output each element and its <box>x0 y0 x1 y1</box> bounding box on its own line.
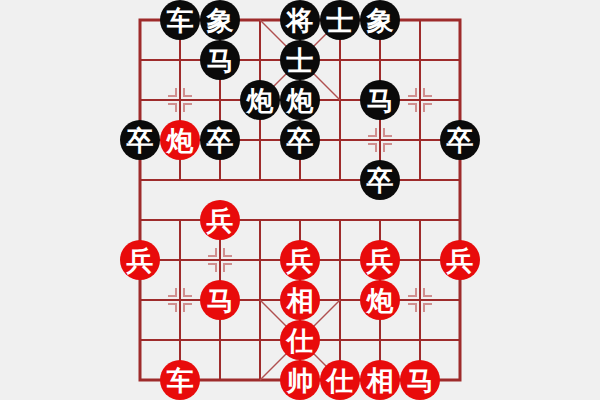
xiangqi-app: 车象将士象马士炮炮马卒卒卒卒卒炮兵兵兵兵兵马相炮仕车帅仕相马 <box>0 0 600 400</box>
piece-black-horse[interactable]: 马 <box>200 40 240 80</box>
piece-red-advisor[interactable]: 仕 <box>280 320 320 360</box>
piece-black-soldier[interactable]: 卒 <box>120 120 160 160</box>
piece-red-soldier[interactable]: 兵 <box>280 240 320 280</box>
piece-black-chariot[interactable]: 车 <box>160 0 200 40</box>
piece-red-general[interactable]: 帅 <box>280 360 320 400</box>
piece-black-elephant[interactable]: 象 <box>360 0 400 40</box>
piece-red-chariot[interactable]: 车 <box>160 360 200 400</box>
piece-red-soldier[interactable]: 兵 <box>360 240 400 280</box>
piece-red-elephant[interactable]: 相 <box>360 360 400 400</box>
piece-black-soldier[interactable]: 卒 <box>440 120 480 160</box>
piece-black-cannon[interactable]: 炮 <box>240 80 280 120</box>
piece-red-soldier[interactable]: 兵 <box>200 200 240 240</box>
piece-black-advisor[interactable]: 士 <box>320 0 360 40</box>
piece-black-horse[interactable]: 马 <box>360 80 400 120</box>
piece-black-advisor[interactable]: 士 <box>280 40 320 80</box>
piece-black-general[interactable]: 将 <box>280 0 320 40</box>
piece-black-soldier[interactable]: 卒 <box>200 120 240 160</box>
piece-black-soldier[interactable]: 卒 <box>360 160 400 200</box>
piece-red-soldier[interactable]: 兵 <box>440 240 480 280</box>
piece-black-cannon[interactable]: 炮 <box>280 80 320 120</box>
piece-black-soldier[interactable]: 卒 <box>280 120 320 160</box>
piece-red-elephant[interactable]: 相 <box>280 280 320 320</box>
pieces-layer: 车象将士象马士炮炮马卒卒卒卒卒炮兵兵兵兵兵马相炮仕车帅仕相马 <box>0 0 600 400</box>
piece-red-cannon[interactable]: 炮 <box>160 120 200 160</box>
piece-red-soldier[interactable]: 兵 <box>120 240 160 280</box>
piece-red-advisor[interactable]: 仕 <box>320 360 360 400</box>
piece-red-horse[interactable]: 马 <box>200 280 240 320</box>
piece-red-horse[interactable]: 马 <box>400 360 440 400</box>
piece-red-cannon[interactable]: 炮 <box>360 280 400 320</box>
piece-black-elephant[interactable]: 象 <box>200 0 240 40</box>
